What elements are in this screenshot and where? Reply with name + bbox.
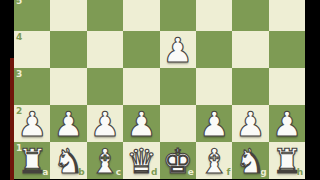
- square-b1[interactable]: b♞: [50, 142, 86, 179]
- square-a1[interactable]: 1a♜: [14, 142, 50, 179]
- piece-white-pawn-b2[interactable]: ♟: [50, 105, 86, 142]
- square-h1[interactable]: h♜: [269, 142, 305, 179]
- piece-white-rook-h1[interactable]: ♜: [269, 142, 305, 179]
- square-e4[interactable]: ♟: [160, 31, 196, 68]
- square-f1[interactable]: f♝: [196, 142, 232, 179]
- piece-white-pawn-g2[interactable]: ♟: [232, 105, 268, 142]
- piece-white-pawn-f2[interactable]: ♟: [196, 105, 232, 142]
- rank-label-3: 3: [16, 70, 22, 79]
- piece-white-king-e1[interactable]: ♚: [160, 142, 196, 179]
- square-c3[interactable]: [87, 68, 123, 105]
- square-b3[interactable]: [50, 68, 86, 105]
- piece-white-bishop-f1[interactable]: ♝: [196, 142, 232, 179]
- square-e3[interactable]: [160, 68, 196, 105]
- piece-white-rook-a1[interactable]: ♜: [14, 142, 50, 179]
- square-a4[interactable]: 4: [14, 31, 50, 68]
- square-b4[interactable]: [50, 31, 86, 68]
- piece-white-knight-b1[interactable]: ♞: [50, 142, 86, 179]
- square-d1[interactable]: d♛: [123, 142, 159, 179]
- square-g1[interactable]: g♞: [232, 142, 268, 179]
- piece-white-pawn-h2[interactable]: ♟: [269, 105, 305, 142]
- square-f4[interactable]: [196, 31, 232, 68]
- square-d4[interactable]: [123, 31, 159, 68]
- chess-board: 54♟32♟♟♟♟♟♟♟1a♜b♞c♝d♛e♚f♝g♞h♜: [14, 0, 305, 179]
- square-h2[interactable]: ♟: [269, 105, 305, 142]
- square-b5[interactable]: [50, 0, 86, 31]
- square-h4[interactable]: [269, 31, 305, 68]
- square-f3[interactable]: [196, 68, 232, 105]
- square-a3[interactable]: 3: [14, 68, 50, 105]
- square-d2[interactable]: ♟: [123, 105, 159, 142]
- piece-white-pawn-a2[interactable]: ♟: [14, 105, 50, 142]
- square-h3[interactable]: [269, 68, 305, 105]
- piece-white-knight-g1[interactable]: ♞: [232, 142, 268, 179]
- square-g5[interactable]: [232, 0, 268, 31]
- square-f5[interactable]: [196, 0, 232, 31]
- square-d5[interactable]: [123, 0, 159, 31]
- square-e2[interactable]: [160, 105, 196, 142]
- piece-white-bishop-c1[interactable]: ♝: [87, 142, 123, 179]
- square-g3[interactable]: [232, 68, 268, 105]
- square-g2[interactable]: ♟: [232, 105, 268, 142]
- piece-white-queen-d1[interactable]: ♛: [123, 142, 159, 179]
- square-b2[interactable]: ♟: [50, 105, 86, 142]
- square-f2[interactable]: ♟: [196, 105, 232, 142]
- square-a2[interactable]: 2♟: [14, 105, 50, 142]
- piece-white-pawn-c2[interactable]: ♟: [87, 105, 123, 142]
- square-e1[interactable]: e♚: [160, 142, 196, 179]
- rank-label-4: 4: [16, 33, 22, 42]
- piece-white-pawn-d2[interactable]: ♟: [123, 105, 159, 142]
- square-c4[interactable]: [87, 31, 123, 68]
- square-g4[interactable]: [232, 31, 268, 68]
- square-a5[interactable]: 5: [14, 0, 50, 31]
- square-h5[interactable]: [269, 0, 305, 31]
- square-c5[interactable]: [87, 0, 123, 31]
- square-c2[interactable]: ♟: [87, 105, 123, 142]
- background: 54♟32♟♟♟♟♟♟♟1a♜b♞c♝d♛e♚f♝g♞h♜: [0, 0, 320, 180]
- square-c1[interactable]: c♝: [87, 142, 123, 179]
- rank-label-5: 5: [16, 0, 22, 6]
- square-d3[interactable]: [123, 68, 159, 105]
- square-e5[interactable]: [160, 0, 196, 31]
- piece-white-pawn-e4[interactable]: ♟: [160, 31, 196, 68]
